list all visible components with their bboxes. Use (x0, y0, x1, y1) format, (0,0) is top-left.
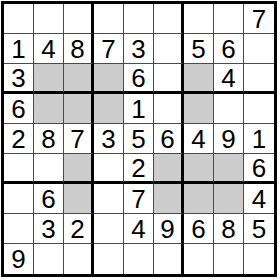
cell-r9c8[interactable] (214, 244, 244, 274)
cell-r9c6[interactable] (154, 244, 184, 274)
cell-r1c5[interactable] (124, 4, 154, 34)
cell-r6c8[interactable] (214, 154, 244, 184)
cell-r7c1[interactable] (4, 184, 34, 214)
cell-r1c6[interactable] (154, 4, 184, 34)
cell-r9c3[interactable] (64, 244, 94, 274)
cell-r7c2[interactable]: 6 (34, 184, 64, 214)
cell-r3c4[interactable] (94, 64, 124, 94)
cell-r2c6[interactable] (154, 34, 184, 64)
cell-r6c9[interactable]: 6 (244, 154, 274, 184)
cell-r9c2[interactable] (34, 244, 64, 274)
cell-r3c7[interactable] (184, 64, 214, 94)
cell-r4c2[interactable] (34, 94, 64, 124)
cell-r1c9[interactable]: 7 (244, 4, 274, 34)
cell-r2c7[interactable]: 5 (184, 34, 214, 64)
cell-r5c8[interactable]: 9 (214, 124, 244, 154)
cell-r1c7[interactable] (184, 4, 214, 34)
cell-r7c9[interactable]: 4 (244, 184, 274, 214)
cell-r2c3[interactable]: 8 (64, 34, 94, 64)
cell-r6c1[interactable] (4, 154, 34, 184)
cell-r4c1[interactable]: 6 (4, 94, 34, 124)
cell-r9c5[interactable] (124, 244, 154, 274)
cell-r8c6[interactable]: 9 (154, 214, 184, 244)
sudoku-board: 71487356364612873564912667432496859 (1, 1, 277, 277)
cell-r6c4[interactable] (94, 154, 124, 184)
cell-r8c4[interactable] (94, 214, 124, 244)
cell-r5c6[interactable]: 6 (154, 124, 184, 154)
cell-r5c1[interactable]: 2 (4, 124, 34, 154)
cell-r2c1[interactable]: 1 (4, 34, 34, 64)
cell-r3c1[interactable]: 3 (4, 64, 34, 94)
cell-r7c8[interactable] (214, 184, 244, 214)
cell-r3c9[interactable] (244, 64, 274, 94)
cell-r7c4[interactable] (94, 184, 124, 214)
cell-r2c5[interactable]: 3 (124, 34, 154, 64)
cell-r3c2[interactable] (34, 64, 64, 94)
cell-r6c5[interactable]: 2 (124, 154, 154, 184)
cell-r2c2[interactable]: 4 (34, 34, 64, 64)
cell-r8c8[interactable]: 8 (214, 214, 244, 244)
cell-r6c3[interactable] (64, 154, 94, 184)
cell-r7c3[interactable] (64, 184, 94, 214)
cell-r8c1[interactable] (4, 214, 34, 244)
sudoku-page: 71487356364612873564912667432496859 (0, 0, 280, 277)
cell-r3c6[interactable] (154, 64, 184, 94)
cell-r3c5[interactable]: 6 (124, 64, 154, 94)
cell-r9c7[interactable] (184, 244, 214, 274)
cell-r4c7[interactable] (184, 94, 214, 124)
cell-r1c1[interactable] (4, 4, 34, 34)
cell-r4c3[interactable] (64, 94, 94, 124)
cell-r5c4[interactable]: 3 (94, 124, 124, 154)
cell-r8c2[interactable]: 3 (34, 214, 64, 244)
cell-r1c3[interactable] (64, 4, 94, 34)
cell-r5c9[interactable]: 1 (244, 124, 274, 154)
cell-r7c5[interactable]: 7 (124, 184, 154, 214)
cell-r1c2[interactable] (34, 4, 64, 34)
cell-r8c5[interactable]: 4 (124, 214, 154, 244)
cell-r7c7[interactable] (184, 184, 214, 214)
cell-r7c6[interactable] (154, 184, 184, 214)
cell-r1c4[interactable] (94, 4, 124, 34)
cell-r9c9[interactable] (244, 244, 274, 274)
cell-r3c8[interactable]: 4 (214, 64, 244, 94)
cell-r2c4[interactable]: 7 (94, 34, 124, 64)
cell-r4c4[interactable] (94, 94, 124, 124)
cell-r5c3[interactable]: 7 (64, 124, 94, 154)
cell-r2c8[interactable]: 6 (214, 34, 244, 64)
cell-r6c7[interactable] (184, 154, 214, 184)
cell-r9c1[interactable]: 9 (4, 244, 34, 274)
cell-r4c6[interactable] (154, 94, 184, 124)
cell-r4c9[interactable] (244, 94, 274, 124)
cell-r8c3[interactable]: 2 (64, 214, 94, 244)
cell-r5c7[interactable]: 4 (184, 124, 214, 154)
cell-r4c8[interactable] (214, 94, 244, 124)
cell-r5c5[interactable]: 5 (124, 124, 154, 154)
cell-r1c8[interactable] (214, 4, 244, 34)
cell-r2c9[interactable] (244, 34, 274, 64)
cell-r6c6[interactable] (154, 154, 184, 184)
cell-r6c2[interactable] (34, 154, 64, 184)
cell-r9c4[interactable] (94, 244, 124, 274)
cell-r4c5[interactable]: 1 (124, 94, 154, 124)
cell-r8c7[interactable]: 6 (184, 214, 214, 244)
cell-r3c3[interactable] (64, 64, 94, 94)
cell-r8c9[interactable]: 5 (244, 214, 274, 244)
cell-r5c2[interactable]: 8 (34, 124, 64, 154)
